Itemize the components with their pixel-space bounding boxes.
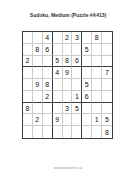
cell-r7c7[interactable] [82,103,92,115]
cell-r6c5[interactable] [63,91,73,103]
cell-r4c8[interactable] [92,67,102,79]
cell-r9c7[interactable] [82,126,92,138]
cell-r5c2: 9 [33,79,43,91]
cell-r6c7: 6 [82,91,92,103]
puzzle-title: Sudoku, Medium (Puzzle #A413) [0,12,136,18]
cell-r8c7[interactable] [82,114,92,126]
cell-r9c6[interactable] [72,126,82,138]
cell-r5c5[interactable] [63,79,73,91]
cell-r1c4[interactable] [53,32,63,44]
cell-r4c2[interactable] [33,67,43,79]
cell-r3c1: 2 [23,56,33,68]
cell-r1c3: 4 [43,32,53,44]
cell-r1c1[interactable] [23,32,33,44]
cell-r7c9[interactable] [102,103,112,115]
cell-r8c9: 5 [102,114,112,126]
cell-r3c7[interactable] [82,56,92,68]
cell-r4c3[interactable] [43,67,53,79]
cell-r4c6[interactable] [72,67,82,79]
cell-r1c8: 8 [92,32,102,44]
cell-r2c2: 8 [33,44,43,56]
cell-r3c9[interactable] [102,56,112,68]
cell-r5c8[interactable] [92,79,102,91]
cell-r7c3[interactable] [43,103,53,115]
cell-r1c9[interactable] [102,32,112,44]
cell-r8c1[interactable] [23,114,33,126]
footer-url: www.puzzles.ca [0,165,136,170]
cell-r6c9[interactable] [102,91,112,103]
cell-r7c2[interactable] [33,103,43,115]
cell-r3c5: 8 [63,56,73,68]
cell-r4c4: 4 [53,67,63,79]
cell-r9c2[interactable] [33,126,43,138]
cell-r2c7: 5 [82,44,92,56]
cell-r1c6: 3 [72,32,82,44]
cell-r6c4[interactable] [53,91,63,103]
cell-r8c6[interactable] [72,114,82,126]
cell-r9c5[interactable] [63,126,73,138]
cell-r6c1[interactable] [23,91,33,103]
cell-r1c2[interactable] [33,32,43,44]
cell-r4c9: 7 [102,67,112,79]
cell-r7c4[interactable] [53,103,63,115]
cell-r5c1[interactable] [23,79,33,91]
cell-r6c2[interactable] [33,91,43,103]
cell-r5c7: 5 [82,79,92,91]
cell-r6c6: 1 [72,91,82,103]
cell-r4c7[interactable] [82,67,92,79]
cell-r7c5: 3 [63,103,73,115]
cell-r8c2: 2 [33,114,43,126]
sudoku-board: 4238865258649798521683529158 [22,31,113,139]
cell-r2c9[interactable] [102,44,112,56]
cell-r5c9[interactable] [102,79,112,91]
cell-r8c5[interactable] [63,114,73,126]
cell-r8c8: 1 [92,114,102,126]
cell-r2c6[interactable] [72,44,82,56]
cell-r2c1[interactable] [23,44,33,56]
cell-r3c8[interactable] [92,56,102,68]
cell-r1c7[interactable] [82,32,92,44]
cell-r2c3: 6 [43,44,53,56]
cell-r3c3[interactable] [43,56,53,68]
cell-r2c5[interactable] [63,44,73,56]
cell-r3c4: 5 [53,56,63,68]
cell-r2c4[interactable] [53,44,63,56]
cell-r4c1[interactable] [23,67,33,79]
cell-r7c6: 5 [72,103,82,115]
cell-r9c8[interactable] [92,126,102,138]
cell-r2c8[interactable] [92,44,102,56]
cell-r1c5: 2 [63,32,73,44]
cell-r6c3: 2 [43,91,53,103]
cell-r9c4[interactable] [53,126,63,138]
cell-r3c2[interactable] [33,56,43,68]
cell-r5c3: 8 [43,79,53,91]
cell-r8c3[interactable] [43,114,53,126]
cell-r7c1: 8 [23,103,33,115]
cell-r4c5: 9 [63,67,73,79]
cell-r5c4[interactable] [53,79,63,91]
cell-r7c8[interactable] [92,103,102,115]
cell-r9c9: 8 [102,126,112,138]
cell-r6c8[interactable] [92,91,102,103]
cell-r8c4: 9 [53,114,63,126]
cell-r9c3[interactable] [43,126,53,138]
cell-r9c1[interactable] [23,126,33,138]
cell-r3c6: 6 [72,56,82,68]
cell-r5c6[interactable] [72,79,82,91]
